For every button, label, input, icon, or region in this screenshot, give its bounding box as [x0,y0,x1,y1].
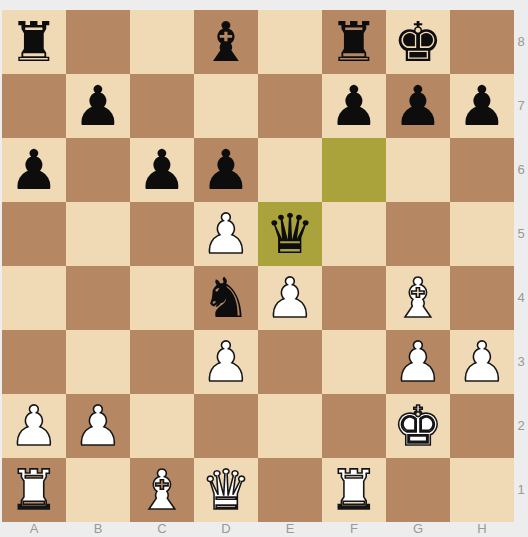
black-pawn-piece[interactable]: ♟ [393,74,442,138]
file-label-a: A [2,522,66,537]
file-label-e: E [258,522,322,537]
square-d7[interactable] [194,74,258,138]
file-label-f: F [322,522,386,537]
square-b6[interactable] [66,138,130,202]
rank-label-1: 1 [514,458,528,522]
square-h7[interactable]: ♟ [450,74,514,138]
square-d8[interactable]: ♝ [194,10,258,74]
square-e1[interactable] [258,458,322,522]
square-c7[interactable] [130,74,194,138]
square-f2[interactable] [322,394,386,458]
square-f7[interactable]: ♟ [322,74,386,138]
square-d3[interactable]: ♟ [194,330,258,394]
square-e8[interactable] [258,10,322,74]
square-b7[interactable]: ♟ [66,74,130,138]
square-c6[interactable]: ♟ [130,138,194,202]
square-e2[interactable] [258,394,322,458]
square-f4[interactable] [322,266,386,330]
white-bishop-piece[interactable]: ♝ [393,266,442,330]
rank-label-4: 4 [514,266,528,330]
black-pawn-piece[interactable]: ♟ [9,138,58,202]
white-pawn-piece[interactable]: ♟ [393,330,442,394]
white-bishop-piece[interactable]: ♝ [137,458,186,522]
square-b2[interactable]: ♟ [66,394,130,458]
rank-label-3: 3 [514,330,528,394]
square-b4[interactable] [66,266,130,330]
black-pawn-piece[interactable]: ♟ [329,74,378,138]
square-h1[interactable] [450,458,514,522]
square-c1[interactable]: ♝ [130,458,194,522]
square-h8[interactable] [450,10,514,74]
square-b8[interactable] [66,10,130,74]
black-pawn-piece[interactable]: ♟ [457,74,506,138]
square-f6[interactable] [322,138,386,202]
square-d2[interactable] [194,394,258,458]
rank-label-8: 8 [514,10,528,74]
rank-label-7: 7 [514,74,528,138]
white-pawn-piece[interactable]: ♟ [201,330,250,394]
file-label-c: C [130,522,194,537]
black-rook-piece[interactable]: ♜ [9,10,58,74]
square-a7[interactable] [2,74,66,138]
square-c5[interactable] [130,202,194,266]
square-a1[interactable]: ♜ [2,458,66,522]
black-knight-piece[interactable]: ♞ [201,266,250,330]
square-f5[interactable] [322,202,386,266]
file-label-h: H [450,522,514,537]
square-e4[interactable]: ♟ [258,266,322,330]
square-e3[interactable] [258,330,322,394]
file-label-g: G [386,522,450,537]
square-a4[interactable] [2,266,66,330]
black-queen-piece[interactable]: ♛ [265,202,314,266]
square-g8[interactable]: ♚ [386,10,450,74]
square-g1[interactable] [386,458,450,522]
square-d6[interactable]: ♟ [194,138,258,202]
square-e7[interactable] [258,74,322,138]
white-pawn-piece[interactable]: ♟ [265,266,314,330]
white-king-piece[interactable]: ♚ [393,394,442,458]
square-c4[interactable] [130,266,194,330]
black-pawn-piece[interactable]: ♟ [137,138,186,202]
file-coordinates: ABCDEFGH [2,522,514,537]
square-d4[interactable]: ♞ [194,266,258,330]
square-a3[interactable] [2,330,66,394]
white-pawn-piece[interactable]: ♟ [9,394,58,458]
white-queen-piece[interactable]: ♛ [201,458,250,522]
square-g6[interactable] [386,138,450,202]
square-c2[interactable] [130,394,194,458]
square-a6[interactable]: ♟ [2,138,66,202]
square-c3[interactable] [130,330,194,394]
square-h3[interactable]: ♟ [450,330,514,394]
white-pawn-piece[interactable]: ♟ [201,202,250,266]
rank-coordinates: 87654321 [514,10,528,522]
square-a5[interactable] [2,202,66,266]
chess-board: ♜♝♜♚♟♟♟♟♟♟♟♟♛♞♟♝♟♟♟♟♟♚♜♝♛♜ [2,10,514,522]
white-pawn-piece[interactable]: ♟ [457,330,506,394]
square-g2[interactable]: ♚ [386,394,450,458]
square-b1[interactable] [66,458,130,522]
square-g3[interactable]: ♟ [386,330,450,394]
white-rook-piece[interactable]: ♜ [329,458,378,522]
black-king-piece[interactable]: ♚ [393,10,442,74]
black-pawn-piece[interactable]: ♟ [201,138,250,202]
square-h2[interactable] [450,394,514,458]
square-a2[interactable]: ♟ [2,394,66,458]
square-e5[interactable]: ♛ [258,202,322,266]
black-bishop-piece[interactable]: ♝ [201,10,250,74]
file-label-b: B [66,522,130,537]
white-pawn-piece[interactable]: ♟ [73,394,122,458]
black-rook-piece[interactable]: ♜ [329,10,378,74]
square-f1[interactable]: ♜ [322,458,386,522]
square-e6[interactable] [258,138,322,202]
square-g7[interactable]: ♟ [386,74,450,138]
square-a8[interactable]: ♜ [2,10,66,74]
square-d5[interactable]: ♟ [194,202,258,266]
square-h4[interactable] [450,266,514,330]
black-pawn-piece[interactable]: ♟ [73,74,122,138]
square-b3[interactable] [66,330,130,394]
square-f3[interactable] [322,330,386,394]
rank-label-2: 2 [514,394,528,458]
square-b5[interactable] [66,202,130,266]
square-g4[interactable]: ♝ [386,266,450,330]
square-f8[interactable]: ♜ [322,10,386,74]
square-d1[interactable]: ♛ [194,458,258,522]
file-label-d: D [194,522,258,537]
square-g5[interactable] [386,202,450,266]
rank-label-5: 5 [514,202,528,266]
white-rook-piece[interactable]: ♜ [9,458,58,522]
rank-label-6: 6 [514,138,528,202]
square-c8[interactable] [130,10,194,74]
square-h6[interactable] [450,138,514,202]
square-h5[interactable] [450,202,514,266]
